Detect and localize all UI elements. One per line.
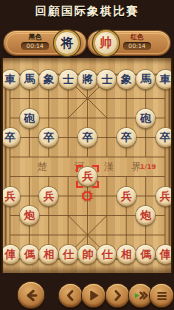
- board-piece[interactable]: 俥: [1, 245, 20, 264]
- board-piece[interactable]: 兵: [1, 187, 20, 206]
- red-general-glyph: 帅: [100, 35, 113, 52]
- menu-icon: [155, 289, 169, 303]
- board-piece[interactable]: 馬: [20, 70, 39, 89]
- board-piece[interactable]: 象: [39, 70, 58, 89]
- menu-button[interactable]: [150, 284, 173, 307]
- page-title: 回顧国际象棋比賽: [0, 4, 174, 19]
- player-info-red: 红色 00:14: [118, 34, 156, 50]
- board-piece[interactable]: 兵: [39, 187, 58, 206]
- board-piece[interactable]: 仕: [59, 245, 78, 264]
- board-piece[interactable]: 士: [97, 70, 116, 89]
- back-arrow-icon: [24, 288, 39, 303]
- board-piece[interactable]: 砲: [20, 109, 39, 128]
- player-timer-black: 00:14: [21, 42, 48, 50]
- board-piece[interactable]: 車: [1, 70, 20, 89]
- board-right-bezel: [171, 58, 174, 273]
- board-piece[interactable]: 卒: [78, 128, 97, 147]
- board-piece[interactable]: 炮: [136, 206, 155, 225]
- play-button[interactable]: [82, 284, 105, 307]
- play-icon: [87, 289, 100, 302]
- fast-forward-icon: [133, 288, 148, 303]
- board-piece[interactable]: 兵: [117, 187, 136, 206]
- move-origin-marker: [82, 191, 92, 201]
- previous-move-button[interactable]: [59, 284, 82, 307]
- player-timer-red: 00:14: [123, 42, 150, 50]
- xiangqi-board[interactable]: 楚 河 漢 界 1/19 車馬象士將士象馬車砲砲卒卒卒卒卒兵兵兵兵兵炮炮俥傌相仕…: [0, 58, 174, 273]
- player-name-black: 黑色: [29, 34, 42, 41]
- board-left-bezel: [0, 58, 3, 273]
- playback-toolbar: [0, 282, 174, 310]
- board-piece[interactable]: 炮: [20, 206, 39, 225]
- red-general-avatar: 帅: [95, 32, 117, 54]
- black-general-avatar: 将: [56, 32, 78, 54]
- board-piece[interactable]: 象: [117, 70, 136, 89]
- player-info-black: 黑色 00:14: [16, 34, 54, 50]
- board-piece[interactable]: 將: [78, 70, 97, 89]
- board-piece[interactable]: 傌: [20, 245, 39, 264]
- board-piece[interactable]: 砲: [136, 109, 155, 128]
- board-piece[interactable]: 馬: [136, 70, 155, 89]
- player-badge-black: 黑色 00:14 将: [4, 31, 86, 55]
- chevron-right-icon: [111, 289, 124, 302]
- board-piece[interactable]: 帥: [78, 245, 97, 264]
- board-piece[interactable]: 士: [59, 70, 78, 89]
- board-piece[interactable]: 卒: [1, 128, 20, 147]
- back-button[interactable]: [18, 282, 44, 308]
- next-move-button[interactable]: [106, 284, 129, 307]
- board-piece[interactable]: 兵: [78, 167, 97, 186]
- chevron-left-icon: [64, 289, 77, 302]
- board-piece[interactable]: 卒: [117, 128, 136, 147]
- move-counter: 1/19: [140, 163, 156, 171]
- autoplay-button[interactable]: [129, 284, 152, 307]
- app-screen: 回顧国际象棋比賽 黑色 00:14 将 帅 红色 00:14 楚 河 漢 界 1…: [0, 0, 174, 310]
- board-piece[interactable]: 相: [117, 245, 136, 264]
- player-name-red: 红色: [131, 34, 144, 41]
- player-badge-red: 帅 红色 00:14: [88, 31, 170, 55]
- black-general-glyph: 将: [61, 35, 74, 52]
- board-piece[interactable]: 傌: [136, 245, 155, 264]
